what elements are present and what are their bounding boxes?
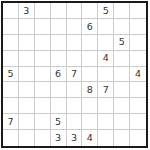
cell-r1c5[interactable] (67, 3, 83, 19)
cell-r4c3[interactable] (35, 51, 51, 67)
cell-r6c4[interactable] (51, 82, 67, 98)
cell-r9c5-given[interactable]: 3 (67, 130, 83, 146)
cell-r3c4[interactable] (51, 35, 67, 51)
cell-r7c8[interactable] (114, 98, 130, 114)
cell-r8c5[interactable] (67, 114, 83, 130)
cell-r9c4-given[interactable]: 3 (51, 130, 67, 146)
cell-r8c7[interactable] (98, 114, 114, 130)
cell-r4c9[interactable] (130, 51, 146, 67)
cell-r4c2[interactable] (19, 51, 35, 67)
cell-r3c1[interactable] (3, 35, 19, 51)
cell-r7c3[interactable] (35, 98, 51, 114)
cell-r6c1[interactable] (3, 82, 19, 98)
cell-r5c6[interactable] (82, 67, 98, 83)
cell-r1c8[interactable] (114, 3, 130, 19)
cell-r5c9-given[interactable]: 4 (130, 67, 146, 83)
cell-r1c6[interactable] (82, 3, 98, 19)
cell-r7c4[interactable] (51, 98, 67, 114)
cell-r4c5[interactable] (67, 51, 83, 67)
cell-r3c5[interactable] (67, 35, 83, 51)
cell-r8c2[interactable] (19, 114, 35, 130)
cell-r1c3[interactable] (35, 3, 51, 19)
cell-r3c6[interactable] (82, 35, 98, 51)
cell-r9c1[interactable] (3, 130, 19, 146)
cell-r9c6-given[interactable]: 4 (82, 130, 98, 146)
cell-r6c8[interactable] (114, 82, 130, 98)
cell-r8c8[interactable] (114, 114, 130, 130)
cell-r2c2[interactable] (19, 19, 35, 35)
cell-r3c9[interactable] (130, 35, 146, 51)
cell-r2c5[interactable] (67, 19, 83, 35)
cell-r6c7-given[interactable]: 7 (98, 82, 114, 98)
cell-r3c2[interactable] (19, 35, 35, 51)
cell-r4c7-given[interactable]: 4 (98, 51, 114, 67)
cell-r7c1[interactable] (3, 98, 19, 114)
cell-r2c6-given[interactable]: 6 (82, 19, 98, 35)
cell-r4c8[interactable] (114, 51, 130, 67)
cell-r9c9-given[interactable] (130, 130, 146, 146)
cell-r8c6[interactable] (82, 114, 98, 130)
cell-r4c1[interactable] (3, 51, 19, 67)
cell-r7c9[interactable] (130, 98, 146, 114)
cell-r2c7[interactable] (98, 19, 114, 35)
cell-r5c8[interactable] (114, 67, 130, 83)
cell-r5c2[interactable] (19, 67, 35, 83)
cell-r2c8[interactable] (114, 19, 130, 35)
cell-r8c1-given[interactable]: 7 (3, 114, 19, 130)
cell-r8c9[interactable] (130, 114, 146, 130)
cell-r6c9[interactable] (130, 82, 146, 98)
cell-r2c3[interactable] (35, 19, 51, 35)
cell-r4c4[interactable] (51, 51, 67, 67)
cell-r4c6[interactable] (82, 51, 98, 67)
cell-r6c3[interactable] (35, 82, 51, 98)
cell-r5c7[interactable] (98, 67, 114, 83)
cell-r1c7-given[interactable]: 5 (98, 3, 114, 19)
cell-r5c4-given[interactable]: 6 (51, 67, 67, 83)
cell-r7c6[interactable] (82, 98, 98, 114)
cell-r7c2[interactable] (19, 98, 35, 114)
cell-r6c5[interactable] (67, 82, 83, 98)
cell-r5c1-given[interactable]: 5 (3, 67, 19, 83)
cell-r2c9[interactable] (130, 19, 146, 35)
cell-r1c1[interactable] (3, 3, 19, 19)
cell-r8c4-given[interactable]: 5 (51, 114, 67, 130)
cell-r9c2[interactable] (19, 130, 35, 146)
cell-r6c6-given[interactable]: 8 (82, 82, 98, 98)
cell-r5c5-given[interactable]: 7 (67, 67, 83, 83)
cell-r3c8-given[interactable]: 5 (114, 35, 130, 51)
cell-r2c4[interactable] (51, 19, 67, 35)
cell-r1c9[interactable] (130, 3, 146, 19)
puzzle-board: 3565456748775334 (1, 1, 148, 148)
cell-r2c1[interactable] (3, 19, 19, 35)
cell-r5c3[interactable] (35, 67, 51, 83)
cell-r7c5[interactable] (67, 98, 83, 114)
cell-r9c8[interactable] (114, 130, 130, 146)
cell-r6c2[interactable] (19, 82, 35, 98)
cell-r3c7[interactable] (98, 35, 114, 51)
cell-r9c3[interactable] (35, 130, 51, 146)
cell-r9c7[interactable] (98, 130, 114, 146)
cell-r8c3[interactable] (35, 114, 51, 130)
cell-r1c2-given[interactable]: 3 (19, 3, 35, 19)
cell-r3c3[interactable] (35, 35, 51, 51)
cell-r7c7[interactable] (98, 98, 114, 114)
cell-r1c4[interactable] (51, 3, 67, 19)
